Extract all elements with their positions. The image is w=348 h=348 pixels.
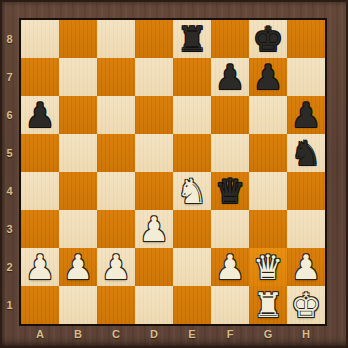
square-h2[interactable]: ♟: [287, 248, 325, 286]
piece-black-queen[interactable]: ♛: [215, 172, 245, 210]
rank-label-3: 3: [0, 223, 19, 235]
square-c5[interactable]: [97, 134, 135, 172]
square-h4[interactable]: [287, 172, 325, 210]
square-h8[interactable]: [287, 20, 325, 58]
square-e5[interactable]: [173, 134, 211, 172]
piece-white-queen[interactable]: ♛: [253, 248, 283, 286]
square-a7[interactable]: [21, 58, 59, 96]
square-b1[interactable]: [59, 286, 97, 324]
file-label-g: G: [249, 328, 287, 340]
square-d8[interactable]: [135, 20, 173, 58]
square-f3[interactable]: [211, 210, 249, 248]
square-b6[interactable]: [59, 96, 97, 134]
piece-black-knight[interactable]: ♞: [291, 134, 321, 172]
square-a4[interactable]: [21, 172, 59, 210]
rank-label-8: 8: [0, 33, 19, 45]
square-h3[interactable]: [287, 210, 325, 248]
square-h7[interactable]: [287, 58, 325, 96]
square-c3[interactable]: [97, 210, 135, 248]
file-label-h: H: [287, 328, 325, 340]
piece-white-pawn[interactable]: ♟: [139, 210, 169, 248]
piece-white-pawn[interactable]: ♟: [215, 248, 245, 286]
piece-white-rook[interactable]: ♜: [253, 286, 283, 324]
square-b2[interactable]: ♟: [59, 248, 97, 286]
piece-white-king[interactable]: ♚: [291, 286, 321, 324]
square-d6[interactable]: [135, 96, 173, 134]
square-e1[interactable]: [173, 286, 211, 324]
square-c2[interactable]: ♟: [97, 248, 135, 286]
square-f7[interactable]: ♟: [211, 58, 249, 96]
square-b3[interactable]: [59, 210, 97, 248]
rank-label-7: 7: [0, 71, 19, 83]
square-f6[interactable]: [211, 96, 249, 134]
piece-black-pawn[interactable]: ♟: [25, 96, 55, 134]
square-a6[interactable]: ♟: [21, 96, 59, 134]
piece-white-pawn[interactable]: ♟: [63, 248, 93, 286]
square-f4[interactable]: ♛: [211, 172, 249, 210]
piece-black-pawn[interactable]: ♟: [291, 96, 321, 134]
square-a2[interactable]: ♟: [21, 248, 59, 286]
piece-white-pawn[interactable]: ♟: [101, 248, 131, 286]
square-d7[interactable]: [135, 58, 173, 96]
square-f5[interactable]: [211, 134, 249, 172]
square-f1[interactable]: [211, 286, 249, 324]
square-c7[interactable]: [97, 58, 135, 96]
square-e3[interactable]: [173, 210, 211, 248]
rank-label-5: 5: [0, 147, 19, 159]
square-f2[interactable]: ♟: [211, 248, 249, 286]
rank-label-1: 1: [0, 299, 19, 311]
square-e2[interactable]: [173, 248, 211, 286]
rank-label-4: 4: [0, 185, 19, 197]
square-g6[interactable]: [249, 96, 287, 134]
square-e8[interactable]: ♜: [173, 20, 211, 58]
square-g2[interactable]: ♛: [249, 248, 287, 286]
square-h1[interactable]: ♚: [287, 286, 325, 324]
square-e6[interactable]: [173, 96, 211, 134]
square-a3[interactable]: [21, 210, 59, 248]
square-b8[interactable]: [59, 20, 97, 58]
square-f8[interactable]: [211, 20, 249, 58]
piece-white-pawn[interactable]: ♟: [25, 248, 55, 286]
file-label-e: E: [173, 328, 211, 340]
square-h5[interactable]: ♞: [287, 134, 325, 172]
square-d5[interactable]: [135, 134, 173, 172]
chess-board: ♜♚♟♟♟♟♞♞♛♟♟♟♟♟♛♟♜♚: [19, 18, 327, 326]
square-a5[interactable]: [21, 134, 59, 172]
square-d2[interactable]: [135, 248, 173, 286]
square-c6[interactable]: [97, 96, 135, 134]
rank-label-2: 2: [0, 261, 19, 273]
piece-white-pawn[interactable]: ♟: [291, 248, 321, 286]
piece-white-knight[interactable]: ♞: [177, 172, 207, 210]
file-label-a: A: [21, 328, 59, 340]
piece-black-pawn[interactable]: ♟: [215, 58, 245, 96]
square-d3[interactable]: ♟: [135, 210, 173, 248]
square-c1[interactable]: [97, 286, 135, 324]
square-g8[interactable]: ♚: [249, 20, 287, 58]
square-b5[interactable]: [59, 134, 97, 172]
square-g1[interactable]: ♜: [249, 286, 287, 324]
square-a1[interactable]: [21, 286, 59, 324]
file-label-f: F: [211, 328, 249, 340]
square-d4[interactable]: [135, 172, 173, 210]
piece-black-king[interactable]: ♚: [253, 20, 283, 58]
square-g5[interactable]: [249, 134, 287, 172]
rank-label-6: 6: [0, 109, 19, 121]
square-b7[interactable]: [59, 58, 97, 96]
piece-black-pawn[interactable]: ♟: [253, 58, 283, 96]
chess-board-widget: ♜♚♟♟♟♟♞♞♛♟♟♟♟♟♛♟♜♚ 87654321 ABCDEFGH: [0, 0, 348, 348]
piece-black-rook[interactable]: ♜: [177, 20, 207, 58]
square-c4[interactable]: [97, 172, 135, 210]
square-h6[interactable]: ♟: [287, 96, 325, 134]
square-b4[interactable]: [59, 172, 97, 210]
file-label-b: B: [59, 328, 97, 340]
file-label-c: C: [97, 328, 135, 340]
square-e7[interactable]: [173, 58, 211, 96]
square-d1[interactable]: [135, 286, 173, 324]
square-c8[interactable]: [97, 20, 135, 58]
square-e4[interactable]: ♞: [173, 172, 211, 210]
square-a8[interactable]: [21, 20, 59, 58]
square-g3[interactable]: [249, 210, 287, 248]
square-g7[interactable]: ♟: [249, 58, 287, 96]
file-label-d: D: [135, 328, 173, 340]
square-g4[interactable]: [249, 172, 287, 210]
